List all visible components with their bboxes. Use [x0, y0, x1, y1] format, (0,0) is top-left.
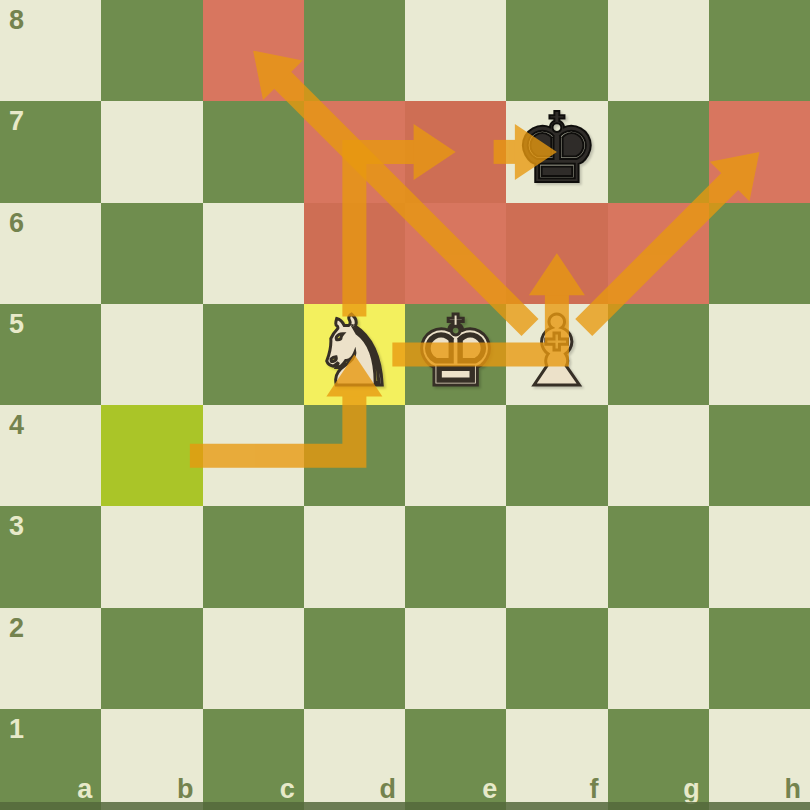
- coord-rank-4: 4: [9, 412, 24, 439]
- square-e3[interactable]: [405, 506, 506, 607]
- square-c4[interactable]: [203, 405, 304, 506]
- square-f3[interactable]: [506, 506, 607, 607]
- square-d7[interactable]: [304, 101, 405, 202]
- board-bottom-edge: [0, 802, 810, 810]
- coord-file-a: a: [77, 776, 92, 803]
- coord-rank-6: 6: [9, 210, 24, 237]
- coord-file-f: f: [590, 776, 599, 803]
- square-f6[interactable]: [506, 203, 607, 304]
- square-g2[interactable]: [608, 608, 709, 709]
- square-g8[interactable]: [608, 0, 709, 101]
- square-f4[interactable]: [506, 405, 607, 506]
- square-g5[interactable]: [608, 304, 709, 405]
- square-e5[interactable]: ♚: [405, 304, 506, 405]
- coord-rank-7: 7: [9, 108, 24, 135]
- white-king-e5[interactable]: ♚: [412, 301, 499, 402]
- square-b1[interactable]: b: [101, 709, 202, 810]
- square-c1[interactable]: c: [203, 709, 304, 810]
- coord-rank-1: 1: [9, 716, 24, 743]
- square-f2[interactable]: [506, 608, 607, 709]
- square-b6[interactable]: [101, 203, 202, 304]
- coord-file-g: g: [683, 776, 700, 803]
- square-b2[interactable]: [101, 608, 202, 709]
- square-f1[interactable]: f: [506, 709, 607, 810]
- square-a6[interactable]: 6: [0, 203, 101, 304]
- square-a4[interactable]: 4: [0, 405, 101, 506]
- square-d2[interactable]: [304, 608, 405, 709]
- square-h1[interactable]: h: [709, 709, 810, 810]
- square-a1[interactable]: 1a: [0, 709, 101, 810]
- square-f7[interactable]: ♚: [506, 101, 607, 202]
- coord-file-d: d: [380, 776, 397, 803]
- square-b5[interactable]: [101, 304, 202, 405]
- square-f5[interactable]: ♝: [506, 304, 607, 405]
- square-g6[interactable]: [608, 203, 709, 304]
- coord-file-c: c: [280, 776, 295, 803]
- coord-file-e: e: [482, 776, 497, 803]
- square-a3[interactable]: 3: [0, 506, 101, 607]
- square-e4[interactable]: [405, 405, 506, 506]
- square-h4[interactable]: [709, 405, 810, 506]
- square-g1[interactable]: g: [608, 709, 709, 810]
- white-knight-d5[interactable]: ♞: [311, 301, 398, 402]
- square-a2[interactable]: 2: [0, 608, 101, 709]
- square-c6[interactable]: [203, 203, 304, 304]
- square-h5[interactable]: [709, 304, 810, 405]
- chess-board-stage: 87♚65♞♚♝4321abcdefgh: [0, 0, 810, 810]
- square-b4[interactable]: [101, 405, 202, 506]
- square-h7[interactable]: [709, 101, 810, 202]
- coord-file-b: b: [177, 776, 194, 803]
- square-f8[interactable]: [506, 0, 607, 101]
- square-e2[interactable]: [405, 608, 506, 709]
- square-h2[interactable]: [709, 608, 810, 709]
- coord-file-h: h: [785, 776, 802, 803]
- square-e6[interactable]: [405, 203, 506, 304]
- square-g3[interactable]: [608, 506, 709, 607]
- square-h6[interactable]: [709, 203, 810, 304]
- square-c5[interactable]: [203, 304, 304, 405]
- square-c7[interactable]: [203, 101, 304, 202]
- coord-rank-3: 3: [9, 513, 24, 540]
- square-d6[interactable]: [304, 203, 405, 304]
- square-b3[interactable]: [101, 506, 202, 607]
- square-d8[interactable]: [304, 0, 405, 101]
- square-h8[interactable]: [709, 0, 810, 101]
- square-g4[interactable]: [608, 405, 709, 506]
- square-b8[interactable]: [101, 0, 202, 101]
- square-e8[interactable]: [405, 0, 506, 101]
- chess-board: 87♚65♞♚♝4321abcdefgh: [0, 0, 810, 810]
- square-c2[interactable]: [203, 608, 304, 709]
- black-king-f7[interactable]: ♚: [513, 98, 600, 199]
- square-c3[interactable]: [203, 506, 304, 607]
- coord-rank-5: 5: [9, 311, 24, 338]
- square-d5[interactable]: ♞: [304, 304, 405, 405]
- coord-rank-8: 8: [9, 7, 24, 34]
- square-e1[interactable]: e: [405, 709, 506, 810]
- square-a8[interactable]: 8: [0, 0, 101, 101]
- square-d4[interactable]: [304, 405, 405, 506]
- square-c8[interactable]: [203, 0, 304, 101]
- coord-rank-2: 2: [9, 615, 24, 642]
- square-b7[interactable]: [101, 101, 202, 202]
- square-a5[interactable]: 5: [0, 304, 101, 405]
- square-e7[interactable]: [405, 101, 506, 202]
- square-h3[interactable]: [709, 506, 810, 607]
- square-d1[interactable]: d: [304, 709, 405, 810]
- square-g7[interactable]: [608, 101, 709, 202]
- white-bishop-f5[interactable]: ♝: [513, 301, 600, 402]
- square-a7[interactable]: 7: [0, 101, 101, 202]
- square-d3[interactable]: [304, 506, 405, 607]
